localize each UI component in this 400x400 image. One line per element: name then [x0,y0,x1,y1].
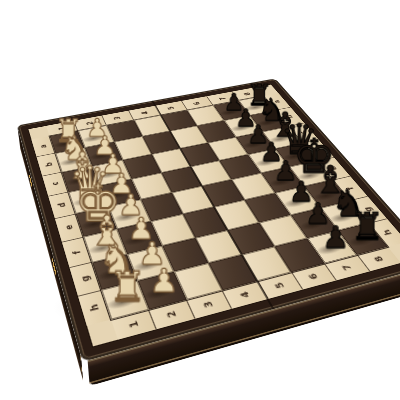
white-rook[interactable]: ♜ [109,268,146,306]
black-pawn[interactable]: ♟ [322,224,349,252]
scene: 12345678 12345678 abcdefgh abcdefgh ♜♟♟♜… [0,0,400,400]
square-e6[interactable] [232,173,275,200]
black-rook[interactable]: ♜ [350,209,384,244]
board-frame: 12345678 12345678 abcdefgh abcdefgh ♜♟♟♜… [17,78,400,361]
chess-board: 12345678 12345678 abcdefgh abcdefgh ♜♟♟♜… [17,78,400,361]
playing-area: ♜♟♟♜♞♟♟♞♝♟♟♝♛♟♟♛♚♟♟♚♝♟♟♝♞♟♟♞♜♟♟♜ [50,96,388,320]
white-pawn[interactable]: ♟ [150,267,179,297]
product-photo: 12345678 12345678 abcdefgh abcdefgh ♜♟♟♜… [0,0,400,400]
rank-label-6: 6 [291,264,336,290]
